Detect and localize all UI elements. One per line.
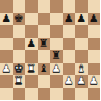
black-pawn[interactable]: ♟ <box>76 13 86 26</box>
square-h3[interactable] <box>88 63 101 76</box>
white-pawn[interactable]: ♟ <box>51 63 61 76</box>
square-f2[interactable]: ♟ <box>63 75 76 88</box>
square-c5[interactable]: ♟ <box>25 38 38 51</box>
square-b6[interactable] <box>13 25 26 38</box>
square-d5[interactable]: ♜ <box>38 38 51 51</box>
black-king[interactable]: ♚ <box>14 13 24 26</box>
square-h1[interactable] <box>88 88 101 101</box>
square-d3[interactable]: ♝ <box>38 63 51 76</box>
square-b5[interactable] <box>13 38 26 51</box>
white-pawn[interactable]: ♟ <box>89 75 99 88</box>
square-c7[interactable] <box>25 13 38 26</box>
square-a2[interactable] <box>0 75 13 88</box>
square-a1[interactable] <box>0 88 13 101</box>
black-pawn[interactable]: ♟ <box>89 13 99 26</box>
square-f8[interactable] <box>63 0 76 13</box>
square-h8[interactable] <box>88 0 101 13</box>
square-c2[interactable] <box>25 75 38 88</box>
black-bishop[interactable]: ♝ <box>39 63 49 76</box>
square-f1[interactable] <box>63 88 76 101</box>
square-g4[interactable] <box>75 50 88 63</box>
square-c6[interactable] <box>25 25 38 38</box>
square-e5[interactable] <box>50 38 63 51</box>
square-g7[interactable]: ♟ <box>75 13 88 26</box>
square-f3[interactable] <box>63 63 76 76</box>
square-d8[interactable] <box>38 0 51 13</box>
square-d4[interactable] <box>38 50 51 63</box>
square-c1[interactable] <box>25 88 38 101</box>
white-pawn[interactable]: ♟ <box>76 75 86 88</box>
white-pawn[interactable]: ♟ <box>1 63 11 76</box>
square-h7[interactable]: ♟ <box>88 13 101 26</box>
square-h5[interactable] <box>88 38 101 51</box>
square-b3[interactable]: ♚ <box>13 63 26 76</box>
square-f4[interactable] <box>63 50 76 63</box>
square-a7[interactable]: ♟ <box>0 13 13 26</box>
square-g2[interactable]: ♟ <box>75 75 88 88</box>
white-king[interactable]: ♚ <box>14 63 24 76</box>
square-a4[interactable] <box>0 50 13 63</box>
square-c4[interactable] <box>25 50 38 63</box>
square-g6[interactable] <box>75 25 88 38</box>
square-a6[interactable] <box>0 25 13 38</box>
square-b8[interactable] <box>13 0 26 13</box>
square-h6[interactable] <box>88 25 101 38</box>
square-g8[interactable] <box>75 0 88 13</box>
square-g1[interactable] <box>75 88 88 101</box>
square-b4[interactable] <box>13 50 26 63</box>
square-a3[interactable]: ♟ <box>0 63 13 76</box>
square-e3[interactable]: ♟ <box>50 63 63 76</box>
square-c3[interactable]: ♜ <box>25 63 38 76</box>
square-e2[interactable] <box>50 75 63 88</box>
black-pawn[interactable]: ♟ <box>64 13 74 26</box>
square-f7[interactable]: ♟ <box>63 13 76 26</box>
square-d2[interactable] <box>38 75 51 88</box>
square-g5[interactable] <box>75 38 88 51</box>
black-pawn[interactable]: ♟ <box>1 13 11 26</box>
square-g3[interactable]: ♝ <box>75 63 88 76</box>
square-e6[interactable] <box>50 25 63 38</box>
square-b1[interactable] <box>13 88 26 101</box>
square-e7[interactable] <box>50 13 63 26</box>
square-b2[interactable]: ♜ <box>13 75 26 88</box>
square-a8[interactable] <box>0 0 13 13</box>
square-e4[interactable]: ♜ <box>50 50 63 63</box>
square-a5[interactable] <box>0 38 13 51</box>
square-d6[interactable] <box>38 25 51 38</box>
square-e8[interactable] <box>50 0 63 13</box>
white-rook[interactable]: ♜ <box>26 63 36 76</box>
black-pawn[interactable]: ♟ <box>26 38 36 51</box>
white-rook[interactable]: ♜ <box>14 75 24 88</box>
black-rook[interactable]: ♜ <box>51 50 61 63</box>
white-bishop[interactable]: ♝ <box>76 63 86 76</box>
square-f5[interactable] <box>63 38 76 51</box>
square-f6[interactable] <box>63 25 76 38</box>
square-d1[interactable] <box>38 88 51 101</box>
square-e1[interactable] <box>50 88 63 101</box>
square-d7[interactable] <box>38 13 51 26</box>
square-h4[interactable] <box>88 50 101 63</box>
square-c8[interactable] <box>25 0 38 13</box>
black-rook[interactable]: ♜ <box>39 38 49 51</box>
chess-board: ♟♚♟♟♟♟♜♜♟♚♜♝♟♝♜♟♟♟ <box>0 0 100 100</box>
white-pawn[interactable]: ♟ <box>64 75 74 88</box>
square-b7[interactable]: ♚ <box>13 13 26 26</box>
square-h2[interactable]: ♟ <box>88 75 101 88</box>
